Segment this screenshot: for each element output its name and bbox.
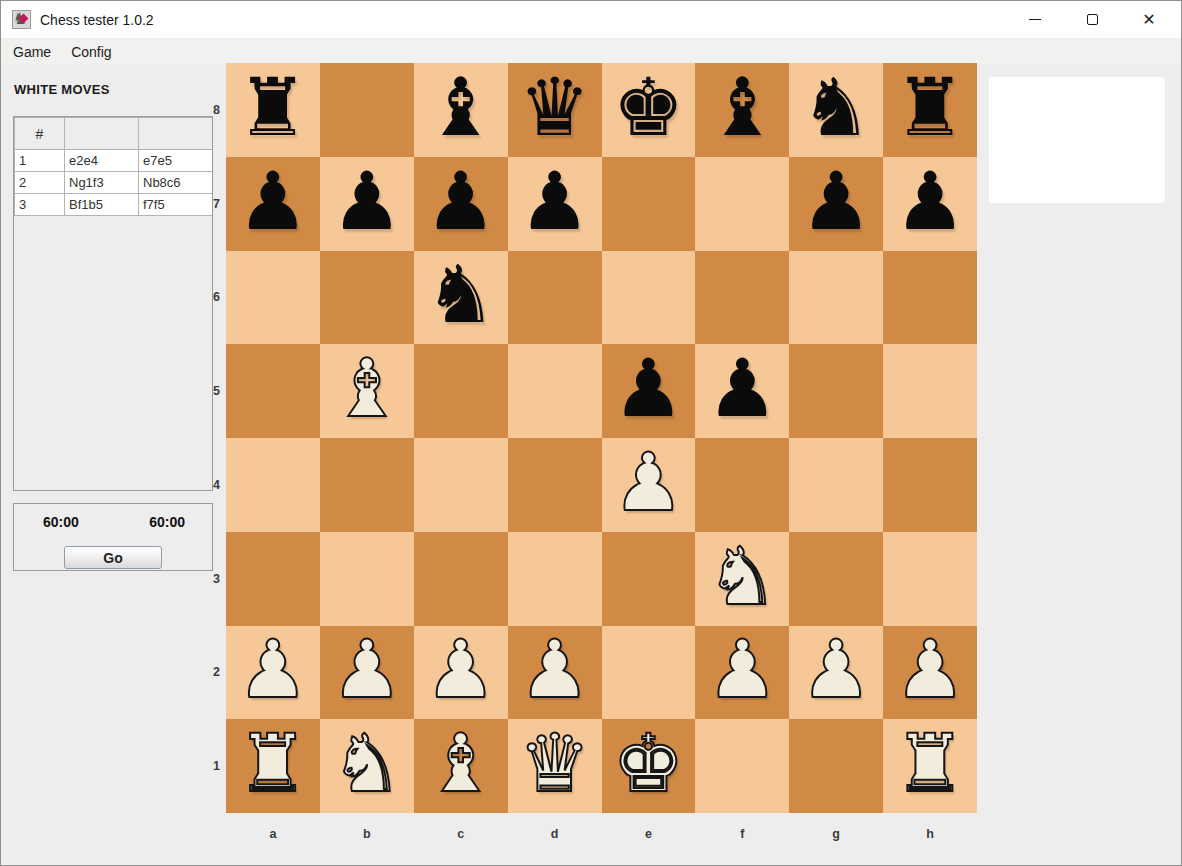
maximize-button[interactable]: [1069, 1, 1115, 38]
rank-label-1: 1: [199, 719, 223, 813]
menu-bar: Game Config: [1, 39, 1181, 64]
rank-label-8: 8: [199, 63, 223, 157]
square-d7[interactable]: ♟: [508, 157, 602, 251]
move-number-cell[interactable]: 3: [15, 194, 65, 216]
move-table-header-row: #: [15, 118, 213, 150]
white-pawn-h2[interactable]: ♟: [894, 630, 966, 710]
move-cell[interactable]: Ng1f3: [65, 172, 139, 194]
square-g8[interactable]: ♞: [789, 63, 883, 157]
file-label-e: e: [602, 821, 696, 847]
window-title: Chess tester 1.0.2: [40, 12, 154, 28]
rank-label-6: 6: [199, 251, 223, 345]
square-f4[interactable]: [695, 438, 789, 532]
square-g7[interactable]: ♟: [789, 157, 883, 251]
file-labels: abcdefgh: [226, 821, 977, 847]
rank-label-5: 5: [199, 344, 223, 438]
file-label-g: g: [789, 821, 883, 847]
square-b6[interactable]: [320, 251, 414, 345]
title-bar: ♞ Chess tester 1.0.2 ✕: [1, 1, 1181, 39]
rank-labels: 87654321: [199, 63, 223, 813]
square-b3[interactable]: [320, 532, 414, 626]
white-rook-a1[interactable]: ♜: [237, 724, 309, 804]
square-c2[interactable]: ♟: [414, 626, 508, 720]
clocks: 60:00 60:00: [14, 504, 212, 530]
white-pawn-f2[interactable]: ♟: [706, 630, 778, 710]
square-e2[interactable]: [602, 626, 696, 720]
square-a6[interactable]: [226, 251, 320, 345]
white-pawn-c2[interactable]: ♟: [425, 630, 497, 710]
black-pawn-a7[interactable]: ♟: [237, 162, 309, 242]
move-list-scrollpane: # 1e2e4e7e52Ng1f3Nb8c63Bf1b5f7f5: [13, 116, 213, 491]
square-c1[interactable]: ♝: [414, 719, 508, 813]
white-queen-d1[interactable]: ♛: [519, 724, 591, 804]
move-table-body: 1e2e4e7e52Ng1f3Nb8c63Bf1b5f7f5: [15, 150, 213, 216]
square-a7[interactable]: ♟: [226, 157, 320, 251]
menu-game[interactable]: Game: [13, 44, 51, 60]
square-f1[interactable]: [695, 719, 789, 813]
square-b5[interactable]: ♝: [320, 344, 414, 438]
square-f5[interactable]: ♟: [695, 344, 789, 438]
move-row[interactable]: 1e2e4e7e5: [15, 150, 213, 172]
rank-label-7: 7: [199, 157, 223, 251]
square-h4[interactable]: [883, 438, 977, 532]
square-d6[interactable]: [508, 251, 602, 345]
close-icon: ✕: [1142, 12, 1155, 28]
square-c4[interactable]: [414, 438, 508, 532]
menu-config[interactable]: Config: [71, 44, 111, 60]
app-window: ♞ Chess tester 1.0.2 ✕ Game Config WHITE…: [0, 0, 1182, 866]
square-b4[interactable]: [320, 438, 414, 532]
square-g2[interactable]: ♟: [789, 626, 883, 720]
square-f6[interactable]: [695, 251, 789, 345]
white-pawn-b2[interactable]: ♟: [331, 630, 403, 710]
black-knight-g8[interactable]: ♞: [800, 68, 872, 148]
square-c3[interactable]: [414, 532, 508, 626]
black-pawn-d7[interactable]: ♟: [519, 162, 591, 242]
square-h8[interactable]: ♜: [883, 63, 977, 157]
file-label-f: f: [695, 821, 789, 847]
black-knight-c6[interactable]: ♞: [425, 255, 497, 335]
square-h6[interactable]: [883, 251, 977, 345]
square-a8[interactable]: ♜: [226, 63, 320, 157]
black-pawn-g7[interactable]: ♟: [800, 162, 872, 242]
black-queen-d8[interactable]: ♛: [519, 68, 591, 148]
square-a3[interactable]: [226, 532, 320, 626]
chess-board: ♜♝♛♚♝♞♜♟♟♟♟♟♟♞♝♟♟♟♞♟♟♟♟♟♟♟♜♞♝♛♚♜: [226, 63, 977, 813]
square-g1[interactable]: [789, 719, 883, 813]
square-b7[interactable]: ♟: [320, 157, 414, 251]
white-knight-f3[interactable]: ♞: [706, 537, 778, 617]
white-bishop-c1[interactable]: ♝: [425, 724, 497, 804]
square-c5[interactable]: [414, 344, 508, 438]
white-knight-b1[interactable]: ♞: [331, 724, 403, 804]
black-pawn-f5[interactable]: ♟: [706, 349, 778, 429]
rank-label-2: 2: [199, 626, 223, 720]
move-number-cell[interactable]: 2: [15, 172, 65, 194]
file-label-b: b: [320, 821, 414, 847]
square-b2[interactable]: ♟: [320, 626, 414, 720]
square-c7[interactable]: ♟: [414, 157, 508, 251]
black-pawn-c7[interactable]: ♟: [425, 162, 497, 242]
square-f2[interactable]: ♟: [695, 626, 789, 720]
turn-indicator: WHITE MOVES: [14, 82, 110, 97]
white-pawn-d2[interactable]: ♟: [519, 630, 591, 710]
square-e6[interactable]: [602, 251, 696, 345]
black-bishop-f8[interactable]: ♝: [706, 68, 778, 148]
square-g3[interactable]: [789, 532, 883, 626]
app-icon: ♞: [12, 10, 31, 29]
square-d4[interactable]: [508, 438, 602, 532]
square-f7[interactable]: [695, 157, 789, 251]
rank-label-4: 4: [199, 438, 223, 532]
square-d3[interactable]: [508, 532, 602, 626]
white-pawn-g2[interactable]: ♟: [800, 630, 872, 710]
move-row[interactable]: 2Ng1f3Nb8c6: [15, 172, 213, 194]
file-label-h: h: [883, 821, 977, 847]
black-pawn-h7[interactable]: ♟: [894, 162, 966, 242]
file-label-c: c: [414, 821, 508, 847]
close-button[interactable]: ✕: [1126, 1, 1172, 38]
black-rook-h8[interactable]: ♜: [894, 68, 966, 148]
maximize-icon: [1087, 14, 1098, 25]
minimize-button[interactable]: [1012, 1, 1058, 38]
square-h7[interactable]: ♟: [883, 157, 977, 251]
black-pawn-b7[interactable]: ♟: [331, 162, 403, 242]
info-panel: [989, 77, 1165, 203]
square-h2[interactable]: ♟: [883, 626, 977, 720]
rank-label-3: 3: [199, 532, 223, 626]
square-g6[interactable]: [789, 251, 883, 345]
square-f8[interactable]: ♝: [695, 63, 789, 157]
square-a1[interactable]: ♜: [226, 719, 320, 813]
file-label-a: a: [226, 821, 320, 847]
move-row[interactable]: 3Bf1b5f7f5: [15, 194, 213, 216]
square-e1[interactable]: ♚: [602, 719, 696, 813]
square-d2[interactable]: ♟: [508, 626, 602, 720]
white-clock: 60:00: [43, 514, 79, 530]
caption-buttons: ✕: [1012, 1, 1172, 38]
square-e8[interactable]: ♚: [602, 63, 696, 157]
move-cell[interactable]: e2e4: [65, 150, 139, 172]
move-number-cell[interactable]: 1: [15, 150, 65, 172]
file-label-d: d: [508, 821, 602, 847]
white-bishop-b5[interactable]: ♝: [331, 349, 403, 429]
clock-panel: 60:00 60:00 Go: [13, 503, 213, 571]
move-table: # 1e2e4e7e52Ng1f3Nb8c63Bf1b5f7f5: [14, 117, 213, 216]
black-bishop-c8[interactable]: ♝: [425, 68, 497, 148]
square-f3[interactable]: ♞: [695, 532, 789, 626]
move-cell[interactable]: Bf1b5: [65, 194, 139, 216]
square-d1[interactable]: ♛: [508, 719, 602, 813]
black-pawn-e5[interactable]: ♟: [613, 349, 685, 429]
square-d5[interactable]: [508, 344, 602, 438]
square-e5[interactable]: ♟: [602, 344, 696, 438]
square-h5[interactable]: [883, 344, 977, 438]
square-a5[interactable]: [226, 344, 320, 438]
white-king-e1[interactable]: ♚: [613, 724, 685, 804]
black-king-e8[interactable]: ♚: [613, 68, 685, 148]
minimize-icon: [1029, 19, 1041, 20]
white-pawn-e4[interactable]: ♟: [613, 443, 685, 523]
square-c8[interactable]: ♝: [414, 63, 508, 157]
black-rook-a8[interactable]: ♜: [237, 68, 309, 148]
square-h1[interactable]: ♜: [883, 719, 977, 813]
square-e4[interactable]: ♟: [602, 438, 696, 532]
square-e7[interactable]: [602, 157, 696, 251]
square-g5[interactable]: [789, 344, 883, 438]
square-b1[interactable]: ♞: [320, 719, 414, 813]
square-b8[interactable]: [320, 63, 414, 157]
move-table-header-0: #: [15, 118, 65, 150]
square-e3[interactable]: [602, 532, 696, 626]
square-g4[interactable]: [789, 438, 883, 532]
black-clock: 60:00: [149, 514, 185, 530]
square-d8[interactable]: ♛: [508, 63, 602, 157]
go-button[interactable]: Go: [64, 546, 162, 569]
square-a4[interactable]: [226, 438, 320, 532]
white-rook-h1[interactable]: ♜: [894, 724, 966, 804]
square-h3[interactable]: [883, 532, 977, 626]
move-table-header-1: [65, 118, 139, 150]
square-a2[interactable]: ♟: [226, 626, 320, 720]
square-c6[interactable]: ♞: [414, 251, 508, 345]
white-pawn-a2[interactable]: ♟: [237, 630, 309, 710]
